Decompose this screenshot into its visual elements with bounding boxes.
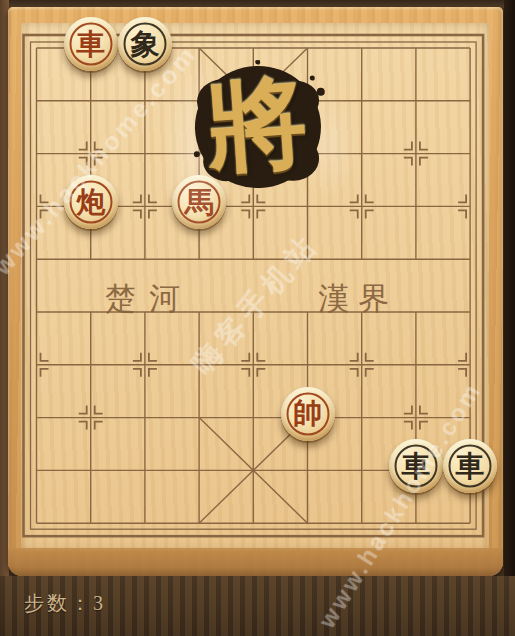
piece-black-chariot[interactable]: 車: [389, 439, 443, 493]
piece-red-general[interactable]: 帥: [281, 387, 335, 441]
river-label-right: 漢界: [318, 278, 398, 320]
move-counter-label: 步数: [24, 592, 70, 614]
check-stamp: 將: [184, 57, 335, 198]
right-background-strip: [504, 0, 515, 576]
piece-glyph: 象: [118, 17, 172, 71]
piece-red-chariot[interactable]: 車: [64, 17, 118, 71]
piece-glyph: 帥: [281, 387, 335, 441]
move-counter-separator: ：: [70, 592, 93, 614]
piece-glyph: 車: [389, 439, 443, 493]
app-screen: 楚河 漢界 車象炮馬帥車車 將 步数：3 www.hackhome.com 嗨客…: [0, 0, 515, 636]
move-counter-value: 3: [93, 592, 106, 614]
status-bar: 步数：3: [0, 576, 515, 636]
piece-black-elephant[interactable]: 象: [118, 17, 172, 71]
piece-glyph: 車: [64, 17, 118, 71]
river-label-left: 楚河: [105, 278, 193, 320]
piece-red-cannon[interactable]: 炮: [64, 175, 118, 229]
stamp-character: 將: [204, 73, 311, 180]
move-counter: 步数：3: [24, 590, 106, 617]
piece-glyph: 車: [443, 439, 497, 493]
piece-black-chariot[interactable]: 車: [443, 439, 497, 493]
piece-glyph: 炮: [64, 175, 118, 229]
